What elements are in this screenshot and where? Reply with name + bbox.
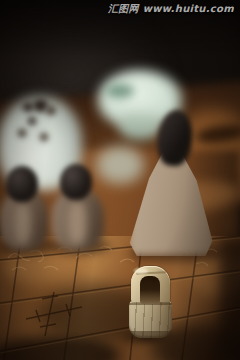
monk-figurine-left-robe-front <box>14 204 30 244</box>
monk-figurine-middle-robe-front <box>68 202 86 244</box>
monk-figurine-left-head <box>6 166 38 202</box>
teapot-painted-spot <box>40 133 48 141</box>
watermark: 汇图网 www.huitu.com <box>0 2 234 16</box>
teapot-painted-spot <box>18 129 26 137</box>
bucket-interior <box>140 276 160 304</box>
monk-figurine-middle-head <box>60 164 92 200</box>
bowl-glaze-smudge <box>106 84 134 98</box>
bowl-foot <box>120 112 160 140</box>
teapot-lid-decor <box>28 117 36 125</box>
bucket-handle-highlight <box>134 268 148 274</box>
teapot-lid-decor <box>46 106 56 115</box>
photo-canvas: 汇图网 www.huitu.com <box>0 0 240 360</box>
celadon-cup <box>96 146 144 184</box>
bucket-bottom-band <box>129 331 172 338</box>
